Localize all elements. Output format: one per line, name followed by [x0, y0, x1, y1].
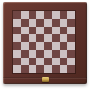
light-board-square: [60, 65, 68, 73]
light-board-square: [60, 19, 68, 27]
light-board-square: [67, 27, 75, 35]
dark-board-square: [13, 27, 21, 35]
dark-board-square: [44, 42, 52, 50]
light-board-square: [36, 42, 44, 50]
dark-board-square: [60, 11, 68, 19]
light-board-square: [36, 58, 44, 66]
dark-board-square: [21, 34, 29, 42]
light-board-square: [44, 19, 52, 27]
light-board-square: [52, 11, 60, 19]
dark-board-square: [36, 34, 44, 42]
light-board-square: [52, 42, 60, 50]
light-board-square: [29, 50, 37, 58]
dark-board-square: [36, 50, 44, 58]
dark-board-square: [13, 42, 21, 50]
dark-board-square: [44, 58, 52, 66]
dark-board-square: [36, 19, 44, 27]
light-board-square: [60, 34, 68, 42]
light-board-square: [29, 19, 37, 27]
light-board-square: [36, 11, 44, 19]
light-board-square: [21, 58, 29, 66]
light-board-square: [44, 50, 52, 58]
light-board-square: [67, 58, 75, 66]
dark-board-square: [52, 19, 60, 27]
light-board-square: [44, 34, 52, 42]
dark-board-square: [60, 58, 68, 66]
light-board-square: [36, 27, 44, 35]
dark-board-square: [60, 42, 68, 50]
light-board-square: [52, 58, 60, 66]
product-photo: [0, 0, 90, 90]
dark-board-square: [29, 27, 37, 35]
dark-board-square: [67, 34, 75, 42]
light-board-square: [29, 65, 37, 73]
light-board-square: [13, 19, 21, 27]
dark-board-square: [13, 58, 21, 66]
dark-board-square: [52, 50, 60, 58]
dark-board-square: [29, 42, 37, 50]
light-board-square: [52, 27, 60, 35]
dark-board-square: [52, 34, 60, 42]
brass-clasp: [42, 77, 49, 82]
light-board-square: [67, 11, 75, 19]
light-board-square: [21, 27, 29, 35]
dark-board-square: [44, 11, 52, 19]
light-board-square: [13, 65, 21, 73]
light-board-square: [29, 34, 37, 42]
light-board-square: [13, 50, 21, 58]
dark-board-square: [13, 11, 21, 19]
dark-board-square: [36, 65, 44, 73]
dark-board-square: [60, 27, 68, 35]
light-board-square: [44, 65, 52, 73]
dark-board-square: [21, 19, 29, 27]
chess-box: [3, 2, 87, 84]
chess-board: [13, 11, 75, 73]
light-board-square: [13, 34, 21, 42]
light-board-square: [60, 50, 68, 58]
dark-board-square: [67, 65, 75, 73]
light-board-square: [21, 42, 29, 50]
dark-board-square: [44, 27, 52, 35]
dark-board-square: [21, 65, 29, 73]
dark-board-square: [67, 19, 75, 27]
light-board-square: [67, 42, 75, 50]
light-board-square: [21, 11, 29, 19]
dark-board-square: [29, 58, 37, 66]
dark-board-square: [21, 50, 29, 58]
dark-board-square: [52, 65, 60, 73]
dark-board-square: [29, 11, 37, 19]
dark-board-square: [67, 50, 75, 58]
